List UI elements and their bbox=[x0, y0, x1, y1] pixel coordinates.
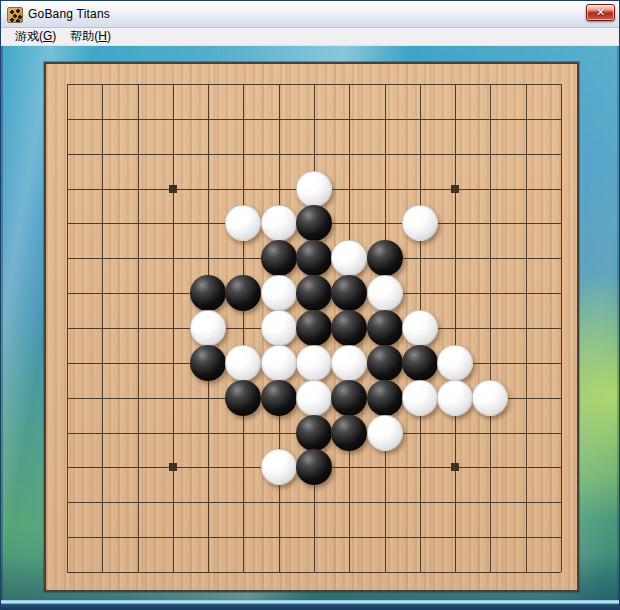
client-area bbox=[1, 46, 619, 610]
stone-white bbox=[437, 380, 473, 416]
menu-item-help-label: 帮助( bbox=[70, 29, 98, 43]
grid-line-vertical bbox=[455, 84, 456, 572]
stone-white bbox=[331, 240, 367, 276]
app-icon bbox=[7, 7, 23, 23]
stone-white bbox=[261, 449, 297, 485]
stone-black bbox=[367, 240, 403, 276]
stone-white bbox=[261, 310, 297, 346]
menu-item-game-label-end: ) bbox=[52, 29, 56, 43]
stone-black bbox=[331, 415, 367, 451]
grid-line-horizontal bbox=[67, 502, 561, 503]
menu-item-game-accel: G bbox=[43, 29, 52, 43]
stone-white bbox=[190, 310, 226, 346]
menu-item-help-accel: H bbox=[98, 29, 107, 43]
stone-white bbox=[296, 171, 332, 207]
title-bar[interactable]: GoBang Titans ✕ bbox=[1, 1, 619, 28]
stone-black bbox=[296, 415, 332, 451]
stone-black bbox=[367, 345, 403, 381]
stone-white bbox=[437, 345, 473, 381]
grid-line-horizontal bbox=[67, 572, 561, 573]
grid-line-horizontal bbox=[67, 537, 561, 538]
star-point bbox=[169, 463, 177, 471]
stone-white bbox=[261, 345, 297, 381]
stone-black bbox=[367, 310, 403, 346]
window-bottom-border bbox=[1, 600, 619, 610]
game-board[interactable] bbox=[44, 62, 579, 592]
stone-black bbox=[367, 380, 403, 416]
star-point bbox=[169, 185, 177, 193]
stone-white bbox=[261, 205, 297, 241]
stone-black bbox=[190, 345, 226, 381]
stone-black bbox=[331, 275, 367, 311]
star-point bbox=[451, 463, 459, 471]
stone-black bbox=[331, 380, 367, 416]
grid-line-vertical bbox=[490, 84, 491, 572]
menu-item-help[interactable]: 帮助(H) bbox=[63, 27, 118, 47]
stone-white bbox=[225, 205, 261, 241]
stone-black bbox=[296, 310, 332, 346]
star-point bbox=[451, 185, 459, 193]
app-window: GoBang Titans ✕ 游戏(G) 帮助(H) bbox=[0, 0, 620, 610]
stone-white bbox=[296, 345, 332, 381]
stone-black bbox=[261, 380, 297, 416]
stone-white bbox=[402, 205, 438, 241]
stone-white bbox=[367, 275, 403, 311]
stone-black bbox=[261, 240, 297, 276]
stone-white bbox=[331, 345, 367, 381]
close-button[interactable]: ✕ bbox=[586, 4, 615, 21]
stone-white bbox=[261, 275, 297, 311]
stone-black bbox=[225, 380, 261, 416]
stone-black bbox=[296, 240, 332, 276]
stone-black bbox=[331, 310, 367, 346]
stone-white bbox=[296, 380, 332, 416]
stone-white bbox=[367, 415, 403, 451]
stone-black bbox=[296, 275, 332, 311]
menu-item-game-label: 游戏( bbox=[15, 29, 43, 43]
stone-white bbox=[225, 345, 261, 381]
menu-bar: 游戏(G) 帮助(H) bbox=[1, 28, 619, 46]
stone-white bbox=[402, 380, 438, 416]
menu-item-help-label-end: ) bbox=[107, 29, 111, 43]
window-title: GoBang Titans bbox=[28, 7, 110, 21]
stone-black bbox=[296, 205, 332, 241]
stone-white bbox=[402, 310, 438, 346]
grid-line-vertical bbox=[526, 84, 527, 572]
stone-black bbox=[225, 275, 261, 311]
grid-line-vertical bbox=[561, 84, 562, 572]
stone-black bbox=[190, 275, 226, 311]
board-grid bbox=[67, 84, 561, 572]
stone-black bbox=[402, 345, 438, 381]
menu-item-game[interactable]: 游戏(G) bbox=[8, 27, 63, 47]
stone-black bbox=[296, 449, 332, 485]
stone-white bbox=[472, 380, 508, 416]
